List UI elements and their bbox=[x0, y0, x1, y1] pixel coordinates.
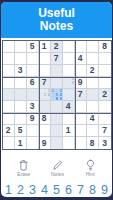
cell-r9c9[interactable]: 3 bbox=[99, 137, 111, 149]
cell-r1c4[interactable]: 1 bbox=[39, 41, 51, 53]
cell-r6c2[interactable] bbox=[15, 101, 27, 113]
lightbulb-icon bbox=[85, 159, 96, 171]
cell-r7c1[interactable] bbox=[3, 113, 15, 125]
numpad-1[interactable]: 1 bbox=[5, 184, 12, 197]
given-digit: 9 bbox=[78, 78, 83, 87]
given-digit: 8 bbox=[42, 114, 47, 123]
cell-r3c9[interactable] bbox=[99, 65, 111, 77]
cell-r1c3[interactable]: 5 bbox=[27, 41, 39, 53]
cell-r9c1[interactable] bbox=[3, 137, 15, 149]
cell-r4c1[interactable] bbox=[3, 77, 15, 89]
box-divider-h2 bbox=[3, 113, 111, 114]
cell-r2c6[interactable] bbox=[63, 53, 75, 65]
given-digit: 1 bbox=[18, 139, 23, 148]
given-digit: 7 bbox=[54, 54, 59, 63]
given-digit: 4 bbox=[78, 54, 83, 63]
box-divider-h1 bbox=[3, 77, 111, 78]
cell-r1c5[interactable]: 2 bbox=[51, 41, 63, 53]
cell-r4c6[interactable]: 36 bbox=[63, 77, 75, 89]
cell-r9c6[interactable] bbox=[63, 137, 75, 149]
cell-r5c2[interactable] bbox=[15, 89, 27, 101]
cell-r9c2[interactable]: 1 bbox=[15, 137, 27, 149]
note-digit bbox=[46, 97, 49, 100]
box-divider-v2 bbox=[75, 41, 76, 149]
promo-card: Useful Notes 512874326736935613568972349… bbox=[1, 2, 112, 197]
cell-r1c8[interactable] bbox=[87, 41, 99, 53]
cell-r2c8[interactable] bbox=[87, 53, 99, 65]
numpad-2[interactable]: 2 bbox=[17, 184, 24, 197]
cell-r4c3[interactable]: 6 bbox=[27, 77, 39, 89]
cell-r6c1[interactable] bbox=[3, 101, 15, 113]
given-digit: 4 bbox=[66, 102, 71, 111]
given-digit: 2 bbox=[54, 42, 59, 51]
cell-r2c2[interactable] bbox=[15, 53, 27, 65]
note-digit: 9 bbox=[58, 97, 61, 100]
given-digit: 7 bbox=[102, 126, 107, 135]
given-digit: 2 bbox=[102, 90, 107, 99]
cell-r1c9[interactable]: 8 bbox=[99, 41, 111, 53]
cell-r9c7[interactable] bbox=[75, 137, 87, 149]
cell-r4c8[interactable] bbox=[87, 77, 99, 89]
cell-r7c4[interactable]: 8 bbox=[39, 113, 51, 125]
cell-r4c4[interactable]: 7 bbox=[39, 77, 51, 89]
given-digit: 9 bbox=[30, 114, 35, 123]
cell-r4c5[interactable] bbox=[51, 77, 63, 89]
cell-r9c3[interactable] bbox=[27, 137, 39, 149]
hint-label: Hint bbox=[86, 172, 95, 177]
cell-r8c6[interactable]: 1 bbox=[63, 125, 75, 137]
given-digit: 9 bbox=[42, 139, 47, 148]
cell-r9c8[interactable]: 8 bbox=[87, 137, 99, 149]
cell-r7c9[interactable] bbox=[99, 113, 111, 125]
cell-r3c8[interactable]: 2 bbox=[87, 65, 99, 77]
note-digit bbox=[42, 97, 46, 100]
cell-r6c9[interactable] bbox=[99, 101, 111, 113]
cell-r8c1[interactable]: 2 bbox=[3, 125, 15, 137]
cell-r7c7[interactable] bbox=[75, 113, 87, 125]
given-digit: 7 bbox=[78, 90, 83, 99]
cell-r2c3[interactable] bbox=[27, 53, 39, 65]
note-digit bbox=[51, 97, 55, 100]
notes-layer: 36 bbox=[63, 77, 74, 88]
cell-r2c7[interactable]: 4 bbox=[75, 53, 87, 65]
title-line-2: Notes bbox=[40, 20, 73, 34]
numpad-3[interactable]: 3 bbox=[29, 184, 36, 197]
given-digit: 4 bbox=[90, 114, 95, 123]
given-digit: 8 bbox=[90, 139, 95, 148]
cell-r5c9[interactable]: 2 bbox=[99, 89, 111, 101]
cell-r3c4[interactable] bbox=[39, 65, 51, 77]
given-digit: 2 bbox=[6, 126, 11, 135]
cell-r3c7[interactable] bbox=[75, 65, 87, 77]
cell-r1c2[interactable] bbox=[15, 41, 27, 53]
cell-r8c9[interactable]: 7 bbox=[99, 125, 111, 137]
erase-label: Erase bbox=[17, 172, 30, 177]
cell-r8c4[interactable] bbox=[39, 125, 51, 137]
cell-r5c4[interactable]: 356 bbox=[39, 89, 51, 101]
numpad-5[interactable]: 5 bbox=[53, 184, 60, 197]
note-digit: 8 bbox=[54, 97, 58, 100]
erase-button[interactable]: Erase bbox=[17, 159, 30, 177]
cell-r5c7[interactable]: 7 bbox=[75, 89, 87, 101]
numpad-6[interactable]: 6 bbox=[65, 184, 72, 197]
numpad-4[interactable]: 4 bbox=[41, 184, 48, 197]
notes-layer: 135689 bbox=[51, 89, 62, 100]
given-digit: 5 bbox=[18, 126, 23, 135]
given-digit: 6 bbox=[30, 78, 35, 87]
given-digit: 8 bbox=[102, 42, 107, 51]
sudoku-board: 5128743267369356135689723498425171983 bbox=[2, 40, 112, 150]
cell-r2c9[interactable] bbox=[99, 53, 111, 65]
cell-r4c2[interactable] bbox=[15, 77, 27, 89]
cell-r1c7[interactable] bbox=[75, 41, 87, 53]
cell-r3c5[interactable] bbox=[51, 65, 63, 77]
given-digit: 3 bbox=[18, 66, 23, 75]
cell-r7c5[interactable] bbox=[51, 113, 63, 125]
cell-r8c2[interactable]: 5 bbox=[15, 125, 27, 137]
cell-grid: 5128743267369356135689723498425171983 bbox=[3, 41, 111, 149]
cell-r5c1[interactable] bbox=[3, 89, 15, 101]
cell-r3c2[interactable]: 3 bbox=[15, 65, 27, 77]
cell-r8c7[interactable] bbox=[75, 125, 87, 137]
cell-r6c7[interactable] bbox=[75, 101, 87, 113]
cell-r8c3[interactable] bbox=[27, 125, 39, 137]
numpad-8[interactable]: 8 bbox=[89, 184, 96, 197]
cell-r3c1[interactable] bbox=[3, 65, 15, 77]
note-digit bbox=[70, 85, 73, 88]
number-pad: 123456789 bbox=[1, 184, 112, 197]
given-digit: 7 bbox=[42, 78, 47, 87]
cell-r4c9[interactable] bbox=[99, 77, 111, 89]
cell-r7c2[interactable] bbox=[15, 113, 27, 125]
note-digit bbox=[63, 85, 67, 88]
given-digit: 1 bbox=[66, 126, 71, 135]
cell-r6c5[interactable] bbox=[51, 101, 63, 113]
cell-r9c4[interactable]: 9 bbox=[39, 137, 51, 149]
notes-layer: 356 bbox=[39, 89, 50, 100]
given-digit: 3 bbox=[102, 139, 107, 148]
pencil-icon bbox=[52, 159, 63, 171]
cell-r5c5[interactable]: 135689 bbox=[51, 89, 63, 101]
cell-r6c3[interactable]: 3 bbox=[27, 101, 39, 113]
cell-r2c4[interactable] bbox=[39, 53, 51, 65]
trash-icon bbox=[18, 159, 29, 171]
cell-r6c8[interactable] bbox=[87, 101, 99, 113]
hint-button[interactable]: Hint bbox=[85, 159, 96, 177]
cell-r8c8[interactable] bbox=[87, 125, 99, 137]
given-digit: 2 bbox=[90, 66, 95, 75]
toolbar: Erase Notes Hint bbox=[1, 159, 112, 177]
cell-r5c6[interactable] bbox=[63, 89, 75, 101]
cell-r3c6[interactable] bbox=[63, 65, 75, 77]
header-banner: Useful Notes bbox=[1, 2, 112, 38]
cell-r6c6[interactable]: 4 bbox=[63, 101, 75, 113]
numpad-7[interactable]: 7 bbox=[77, 184, 84, 197]
cell-r3c3[interactable] bbox=[27, 65, 39, 77]
given-digit: 1 bbox=[42, 42, 47, 51]
numpad-9[interactable]: 9 bbox=[101, 184, 108, 197]
cell-r2c1[interactable] bbox=[3, 53, 15, 65]
cell-r7c3[interactable]: 9 bbox=[27, 113, 39, 125]
cell-r1c6[interactable] bbox=[63, 41, 75, 53]
title-line-1: Useful bbox=[38, 7, 75, 21]
cell-r5c8[interactable] bbox=[87, 89, 99, 101]
cell-r6c4[interactable] bbox=[39, 101, 51, 113]
cell-r9c5[interactable] bbox=[51, 137, 63, 149]
cell-r8c5[interactable] bbox=[51, 125, 63, 137]
cell-r7c8[interactable]: 4 bbox=[87, 113, 99, 125]
given-digit: 5 bbox=[30, 42, 35, 51]
cell-r7c6[interactable] bbox=[63, 113, 75, 125]
note-digit bbox=[66, 85, 70, 88]
cell-r5c3[interactable] bbox=[27, 89, 39, 101]
notes-label: Notes bbox=[51, 172, 64, 177]
box-divider-v1 bbox=[39, 41, 40, 149]
cell-r2c5[interactable]: 7 bbox=[51, 53, 63, 65]
given-digit: 3 bbox=[30, 102, 35, 111]
cell-r4c7[interactable]: 9 bbox=[75, 77, 87, 89]
cell-r1c1[interactable] bbox=[3, 41, 15, 53]
notes-button[interactable]: Notes bbox=[51, 159, 64, 177]
